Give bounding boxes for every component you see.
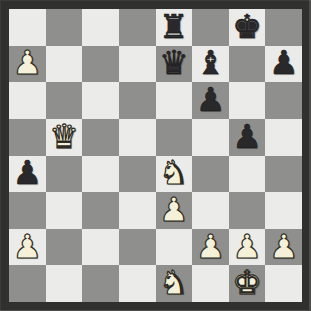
square-a4[interactable]: ♟ — [9, 156, 46, 193]
square-e5[interactable] — [156, 119, 193, 156]
square-e8[interactable]: ♜ — [156, 9, 193, 46]
square-a6[interactable] — [9, 82, 46, 119]
square-b3[interactable] — [46, 192, 83, 229]
piece-black-pawn[interactable]: ♟ — [13, 156, 43, 189]
square-g7[interactable] — [229, 46, 266, 83]
square-e1[interactable]: ♞ — [156, 265, 193, 302]
square-d4[interactable] — [119, 156, 156, 193]
square-e6[interactable] — [156, 82, 193, 119]
square-f8[interactable] — [192, 9, 229, 46]
piece-white-pawn[interactable]: ♟ — [196, 230, 226, 263]
square-f3[interactable] — [192, 192, 229, 229]
square-f4[interactable] — [192, 156, 229, 193]
piece-white-queen[interactable]: ♛ — [49, 120, 79, 153]
square-d7[interactable] — [119, 46, 156, 83]
square-d1[interactable] — [119, 265, 156, 302]
square-e4[interactable]: ♞ — [156, 156, 193, 193]
square-b4[interactable] — [46, 156, 83, 193]
piece-white-knight[interactable]: ♞ — [159, 266, 189, 299]
square-g6[interactable] — [229, 82, 266, 119]
piece-white-knight[interactable]: ♞ — [159, 156, 189, 189]
square-a3[interactable] — [9, 192, 46, 229]
square-d6[interactable] — [119, 82, 156, 119]
piece-black-pawn[interactable]: ♟ — [232, 120, 262, 153]
square-h3[interactable] — [265, 192, 302, 229]
piece-black-rook[interactable]: ♜ — [159, 10, 189, 43]
square-g1[interactable]: ♚ — [229, 265, 266, 302]
square-h6[interactable] — [265, 82, 302, 119]
square-b6[interactable] — [46, 82, 83, 119]
piece-white-king[interactable]: ♚ — [232, 266, 262, 299]
square-g5[interactable]: ♟ — [229, 119, 266, 156]
square-h1[interactable] — [265, 265, 302, 302]
square-b2[interactable] — [46, 229, 83, 266]
square-e7[interactable]: ♛ — [156, 46, 193, 83]
square-a1[interactable] — [9, 265, 46, 302]
square-d3[interactable] — [119, 192, 156, 229]
piece-white-pawn[interactable]: ♟ — [232, 230, 262, 263]
piece-black-pawn[interactable]: ♟ — [196, 83, 226, 116]
square-h2[interactable]: ♟ — [265, 229, 302, 266]
square-a2[interactable]: ♟ — [9, 229, 46, 266]
square-c4[interactable] — [82, 156, 119, 193]
square-c7[interactable] — [82, 46, 119, 83]
piece-white-pawn[interactable]: ♟ — [269, 230, 299, 263]
piece-white-pawn[interactable]: ♟ — [13, 46, 43, 79]
square-g8[interactable]: ♚ — [229, 9, 266, 46]
square-e3[interactable]: ♟ — [156, 192, 193, 229]
square-b7[interactable] — [46, 46, 83, 83]
square-f5[interactable] — [192, 119, 229, 156]
piece-black-king[interactable]: ♚ — [232, 10, 262, 43]
square-e2[interactable] — [156, 229, 193, 266]
square-f1[interactable] — [192, 265, 229, 302]
square-c3[interactable] — [82, 192, 119, 229]
chess-board: ♜♚♟♛♝♟♟♛♟♟♞♟♟♟♟♟♞♚ — [9, 9, 302, 302]
square-f2[interactable]: ♟ — [192, 229, 229, 266]
square-a5[interactable] — [9, 119, 46, 156]
square-f7[interactable]: ♝ — [192, 46, 229, 83]
piece-black-pawn[interactable]: ♟ — [269, 46, 299, 79]
square-h4[interactable] — [265, 156, 302, 193]
square-c2[interactable] — [82, 229, 119, 266]
piece-white-pawn[interactable]: ♟ — [159, 193, 189, 226]
square-c1[interactable] — [82, 265, 119, 302]
square-c6[interactable] — [82, 82, 119, 119]
piece-white-pawn[interactable]: ♟ — [13, 230, 43, 263]
square-b5[interactable]: ♛ — [46, 119, 83, 156]
piece-black-queen[interactable]: ♛ — [159, 46, 189, 79]
square-d2[interactable] — [119, 229, 156, 266]
square-a8[interactable] — [9, 9, 46, 46]
square-g2[interactable]: ♟ — [229, 229, 266, 266]
square-f6[interactable]: ♟ — [192, 82, 229, 119]
square-c8[interactable] — [82, 9, 119, 46]
square-h7[interactable]: ♟ — [265, 46, 302, 83]
square-h5[interactable] — [265, 119, 302, 156]
square-g4[interactable] — [229, 156, 266, 193]
chess-board-frame: ♜♚♟♛♝♟♟♛♟♟♞♟♟♟♟♟♞♚ — [0, 0, 311, 311]
square-c5[interactable] — [82, 119, 119, 156]
square-h8[interactable] — [265, 9, 302, 46]
piece-black-bishop[interactable]: ♝ — [196, 46, 226, 79]
square-a7[interactable]: ♟ — [9, 46, 46, 83]
square-d8[interactable] — [119, 9, 156, 46]
square-g3[interactable] — [229, 192, 266, 229]
square-b1[interactable] — [46, 265, 83, 302]
square-b8[interactable] — [46, 9, 83, 46]
square-d5[interactable] — [119, 119, 156, 156]
